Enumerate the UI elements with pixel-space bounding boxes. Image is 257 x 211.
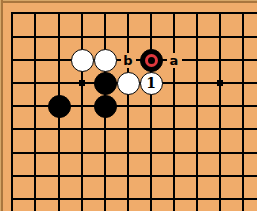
grid-line bbox=[150, 12, 152, 211]
grid-line bbox=[11, 12, 13, 211]
move-number: 1 bbox=[146, 76, 156, 90]
grid-line bbox=[11, 36, 257, 38]
grid-line bbox=[11, 152, 257, 154]
white-stone bbox=[94, 49, 117, 72]
board-border-left bbox=[0, 0, 3, 211]
grid-line bbox=[11, 175, 257, 177]
point-label-b: b bbox=[121, 53, 136, 68]
numbered-white-stone: 1 bbox=[140, 72, 163, 95]
point-label-a: a bbox=[167, 53, 182, 68]
red-circle-mark bbox=[145, 54, 158, 67]
grid-line bbox=[173, 12, 175, 211]
grid-line bbox=[81, 12, 83, 211]
grid-line bbox=[11, 12, 257, 14]
black-stone bbox=[48, 95, 71, 118]
black-stone bbox=[94, 72, 117, 95]
board-border-top bbox=[0, 0, 257, 3]
go-board-diagram: ba1 bbox=[0, 0, 257, 211]
grid-line bbox=[11, 128, 257, 130]
hoshi-point bbox=[217, 80, 223, 86]
grid-line bbox=[11, 198, 257, 200]
grid-line bbox=[34, 12, 36, 211]
grid-line bbox=[127, 12, 129, 211]
white-stone bbox=[71, 49, 94, 72]
marked-black-stone bbox=[140, 49, 163, 72]
grid-line bbox=[219, 12, 221, 211]
black-stone bbox=[94, 95, 117, 118]
grid-line bbox=[242, 12, 244, 211]
white-stone bbox=[117, 72, 140, 95]
grid-line bbox=[196, 12, 198, 211]
hoshi-point bbox=[79, 80, 85, 86]
